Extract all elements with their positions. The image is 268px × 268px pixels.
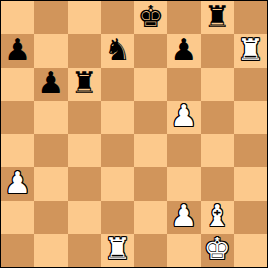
square-f1[interactable] [167, 234, 200, 267]
square-g8[interactable]: ♜ [201, 1, 234, 34]
square-f2[interactable]: ♟ [167, 201, 200, 234]
square-g1[interactable]: ♚ [201, 234, 234, 267]
square-d2[interactable] [101, 201, 134, 234]
square-c4[interactable] [68, 134, 101, 167]
square-e1[interactable] [134, 234, 167, 267]
square-e3[interactable] [134, 167, 167, 200]
square-c6[interactable]: ♜ [68, 68, 101, 101]
square-f4[interactable] [167, 134, 200, 167]
square-b5[interactable] [34, 101, 67, 134]
square-c3[interactable] [68, 167, 101, 200]
square-c8[interactable] [68, 1, 101, 34]
piece-white-pawn: ♟ [170, 201, 197, 231]
square-c5[interactable] [68, 101, 101, 134]
square-b2[interactable] [34, 201, 67, 234]
piece-black-rook: ♜ [71, 68, 98, 98]
square-a6[interactable] [1, 68, 34, 101]
chess-board-container: ♚♜♟♞♟♜♟♜♟♟♟♝♜♚ [0, 0, 268, 268]
square-c2[interactable] [68, 201, 101, 234]
square-h5[interactable] [234, 101, 267, 134]
square-f5[interactable]: ♟ [167, 101, 200, 134]
piece-black-pawn: ♟ [37, 68, 64, 98]
piece-white-king: ♚ [204, 234, 231, 264]
piece-white-rook: ♜ [237, 35, 264, 65]
square-g5[interactable] [201, 101, 234, 134]
square-e7[interactable] [134, 34, 167, 67]
piece-white-pawn: ♟ [4, 168, 31, 198]
square-h8[interactable] [234, 1, 267, 34]
square-a4[interactable] [1, 134, 34, 167]
square-d5[interactable] [101, 101, 134, 134]
square-d7[interactable]: ♞ [101, 34, 134, 67]
square-d3[interactable] [101, 167, 134, 200]
square-b1[interactable] [34, 234, 67, 267]
square-e5[interactable] [134, 101, 167, 134]
square-g7[interactable] [201, 34, 234, 67]
square-f6[interactable] [167, 68, 200, 101]
square-b8[interactable] [34, 1, 67, 34]
square-e6[interactable] [134, 68, 167, 101]
piece-black-king: ♚ [137, 2, 164, 32]
square-g6[interactable] [201, 68, 234, 101]
square-e4[interactable] [134, 134, 167, 167]
square-b4[interactable] [34, 134, 67, 167]
square-b6[interactable]: ♟ [34, 68, 67, 101]
square-e2[interactable] [134, 201, 167, 234]
piece-white-bishop: ♝ [204, 201, 231, 231]
chess-board: ♚♜♟♞♟♜♟♜♟♟♟♝♜♚ [0, 0, 268, 268]
square-a1[interactable] [1, 234, 34, 267]
square-h3[interactable] [234, 167, 267, 200]
piece-black-pawn: ♟ [4, 35, 31, 65]
square-d8[interactable] [101, 1, 134, 34]
square-a2[interactable] [1, 201, 34, 234]
square-a3[interactable]: ♟ [1, 167, 34, 200]
square-h6[interactable] [234, 68, 267, 101]
piece-white-rook: ♜ [104, 234, 131, 264]
square-b3[interactable] [34, 167, 67, 200]
square-g3[interactable] [201, 167, 234, 200]
square-h4[interactable] [234, 134, 267, 167]
square-a7[interactable]: ♟ [1, 34, 34, 67]
square-g4[interactable] [201, 134, 234, 167]
square-a5[interactable] [1, 101, 34, 134]
square-h1[interactable] [234, 234, 267, 267]
square-c7[interactable] [68, 34, 101, 67]
square-d6[interactable] [101, 68, 134, 101]
square-d4[interactable] [101, 134, 134, 167]
square-c1[interactable] [68, 234, 101, 267]
square-f3[interactable] [167, 167, 200, 200]
square-d1[interactable]: ♜ [101, 234, 134, 267]
square-b7[interactable] [34, 34, 67, 67]
square-f8[interactable] [167, 1, 200, 34]
piece-black-knight: ♞ [104, 35, 131, 65]
square-g2[interactable]: ♝ [201, 201, 234, 234]
square-e8[interactable]: ♚ [134, 1, 167, 34]
piece-black-rook: ♜ [204, 2, 231, 32]
piece-black-pawn: ♟ [170, 35, 197, 65]
square-h7[interactable]: ♜ [234, 34, 267, 67]
square-f7[interactable]: ♟ [167, 34, 200, 67]
piece-white-pawn: ♟ [170, 101, 197, 131]
square-a8[interactable] [1, 1, 34, 34]
square-h2[interactable] [234, 201, 267, 234]
